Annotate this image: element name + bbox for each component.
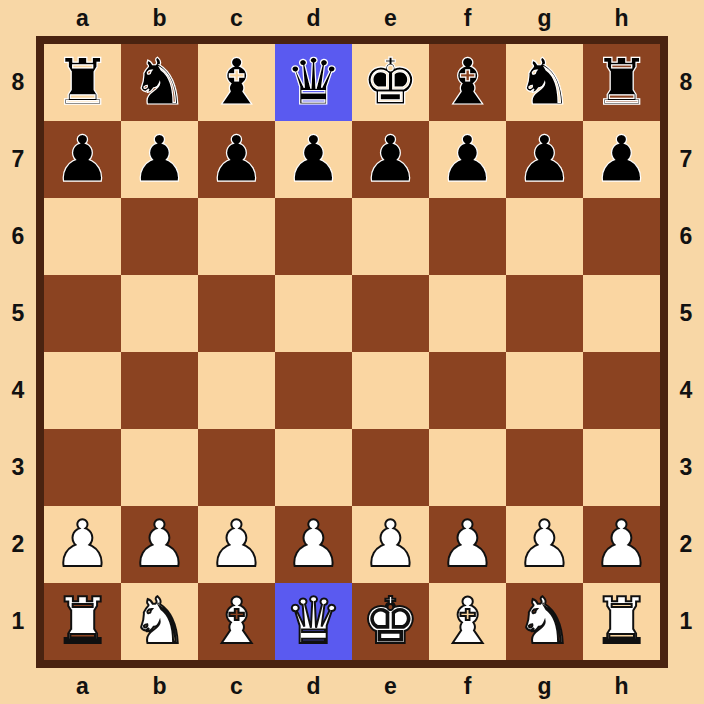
piece-black-queen[interactable]: ♛︎ [275, 44, 352, 121]
rank-label-4: 4 [668, 352, 704, 429]
piece-black-pawn[interactable]: ♟︎ [506, 121, 583, 198]
rank-labels-right: 87654321 [668, 44, 704, 660]
square-b2[interactable]: ♟︎ [121, 506, 198, 583]
file-label-c: c [198, 668, 275, 704]
piece-white-pawn[interactable]: ♟︎ [275, 506, 352, 583]
piece-black-pawn[interactable]: ♟︎ [583, 121, 660, 198]
square-b1[interactable]: ♞︎ [121, 583, 198, 660]
piece-black-king[interactable]: ♚︎ [352, 44, 429, 121]
square-d6[interactable] [275, 198, 352, 275]
square-f7[interactable]: ♟︎ [429, 121, 506, 198]
square-b8[interactable]: ♞︎ [121, 44, 198, 121]
square-c5[interactable] [198, 275, 275, 352]
square-g3[interactable] [506, 429, 583, 506]
file-label-g: g [506, 0, 583, 36]
piece-white-pawn[interactable]: ♟︎ [44, 506, 121, 583]
square-a4[interactable] [44, 352, 121, 429]
rank-label-2: 2 [0, 506, 36, 583]
square-h7[interactable]: ♟︎ [583, 121, 660, 198]
rank-label-8: 8 [0, 44, 36, 121]
square-b3[interactable] [121, 429, 198, 506]
piece-white-rook[interactable]: ♜︎ [44, 583, 121, 660]
square-g1[interactable]: ♞︎ [506, 583, 583, 660]
square-g5[interactable] [506, 275, 583, 352]
square-f3[interactable] [429, 429, 506, 506]
file-label-b: b [121, 668, 198, 704]
piece-white-knight[interactable]: ♞︎ [121, 583, 198, 660]
square-a5[interactable] [44, 275, 121, 352]
piece-white-bishop[interactable]: ♝︎ [429, 583, 506, 660]
square-a7[interactable]: ♟︎ [44, 121, 121, 198]
square-e7[interactable]: ♟︎ [352, 121, 429, 198]
square-d3[interactable] [275, 429, 352, 506]
rank-label-3: 3 [668, 429, 704, 506]
piece-black-pawn[interactable]: ♟︎ [352, 121, 429, 198]
square-c3[interactable] [198, 429, 275, 506]
file-label-e: e [352, 0, 429, 36]
square-e5[interactable] [352, 275, 429, 352]
square-c8[interactable]: ♝︎ [198, 44, 275, 121]
piece-black-pawn[interactable]: ♟︎ [429, 121, 506, 198]
rank-label-6: 6 [0, 198, 36, 275]
square-e6[interactable] [352, 198, 429, 275]
file-label-e: e [352, 668, 429, 704]
piece-white-knight[interactable]: ♞︎ [506, 583, 583, 660]
square-f5[interactable] [429, 275, 506, 352]
chess-board: ♜︎♞︎♝︎♛︎♚︎♝︎♞︎♜︎♟︎♟︎♟︎♟︎♟︎♟︎♟︎♟︎♟︎♟︎♟︎♟︎… [36, 36, 668, 668]
square-b7[interactable]: ♟︎ [121, 121, 198, 198]
square-b5[interactable] [121, 275, 198, 352]
piece-white-bishop[interactable]: ♝︎ [198, 583, 275, 660]
piece-black-pawn[interactable]: ♟︎ [44, 121, 121, 198]
rank-label-3: 3 [0, 429, 36, 506]
piece-black-pawn[interactable]: ♟︎ [198, 121, 275, 198]
square-d2[interactable]: ♟︎ [275, 506, 352, 583]
piece-white-king[interactable]: ♚︎ [352, 583, 429, 660]
square-g4[interactable] [506, 352, 583, 429]
square-a8[interactable]: ♜︎ [44, 44, 121, 121]
file-label-g: g [506, 668, 583, 704]
square-f2[interactable]: ♟︎ [429, 506, 506, 583]
square-e4[interactable] [352, 352, 429, 429]
square-f6[interactable] [429, 198, 506, 275]
file-label-b: b [121, 0, 198, 36]
piece-black-pawn[interactable]: ♟︎ [275, 121, 352, 198]
square-e2[interactable]: ♟︎ [352, 506, 429, 583]
file-label-a: a [44, 668, 121, 704]
piece-black-knight[interactable]: ♞︎ [506, 44, 583, 121]
piece-white-rook[interactable]: ♜︎ [583, 583, 660, 660]
square-f1[interactable]: ♝︎ [429, 583, 506, 660]
piece-white-pawn[interactable]: ♟︎ [583, 506, 660, 583]
piece-white-queen[interactable]: ♛︎ [275, 583, 352, 660]
square-h5[interactable] [583, 275, 660, 352]
file-label-f: f [429, 0, 506, 36]
piece-black-bishop[interactable]: ♝︎ [198, 44, 275, 121]
chess-app: abcdefgh 87654321 ♜︎♞︎♝︎♛︎♚︎♝︎♞︎♜︎♟︎♟︎♟︎… [0, 0, 704, 704]
square-e1[interactable]: ♚︎ [352, 583, 429, 660]
square-d4[interactable] [275, 352, 352, 429]
square-g7[interactable]: ♟︎ [506, 121, 583, 198]
piece-black-bishop[interactable]: ♝︎ [429, 44, 506, 121]
square-c7[interactable]: ♟︎ [198, 121, 275, 198]
square-e8[interactable]: ♚︎ [352, 44, 429, 121]
square-f4[interactable] [429, 352, 506, 429]
rank-label-1: 1 [668, 583, 704, 660]
square-g6[interactable] [506, 198, 583, 275]
rank-label-1: 1 [0, 583, 36, 660]
rank-labels-left: 87654321 [0, 44, 36, 660]
file-label-c: c [198, 0, 275, 36]
piece-white-pawn[interactable]: ♟︎ [198, 506, 275, 583]
rank-label-5: 5 [668, 275, 704, 352]
piece-white-pawn[interactable]: ♟︎ [352, 506, 429, 583]
file-label-h: h [583, 668, 660, 704]
square-h3[interactable] [583, 429, 660, 506]
piece-black-knight[interactable]: ♞︎ [121, 44, 198, 121]
file-label-a: a [44, 0, 121, 36]
square-f8[interactable]: ♝︎ [429, 44, 506, 121]
square-c2[interactable]: ♟︎ [198, 506, 275, 583]
piece-white-pawn[interactable]: ♟︎ [506, 506, 583, 583]
file-label-h: h [583, 0, 660, 36]
square-a1[interactable]: ♜︎ [44, 583, 121, 660]
piece-white-pawn[interactable]: ♟︎ [121, 506, 198, 583]
rank-label-4: 4 [0, 352, 36, 429]
square-h2[interactable]: ♟︎ [583, 506, 660, 583]
square-a6[interactable] [44, 198, 121, 275]
square-d7[interactable]: ♟︎ [275, 121, 352, 198]
square-h4[interactable] [583, 352, 660, 429]
rank-label-6: 6 [668, 198, 704, 275]
square-a3[interactable] [44, 429, 121, 506]
piece-black-rook[interactable]: ♜︎ [583, 44, 660, 121]
file-label-f: f [429, 668, 506, 704]
square-h1[interactable]: ♜︎ [583, 583, 660, 660]
square-c6[interactable] [198, 198, 275, 275]
piece-white-pawn[interactable]: ♟︎ [429, 506, 506, 583]
rank-label-7: 7 [668, 121, 704, 198]
square-h6[interactable] [583, 198, 660, 275]
rank-label-2: 2 [668, 506, 704, 583]
square-b4[interactable] [121, 352, 198, 429]
square-b6[interactable] [121, 198, 198, 275]
piece-black-rook[interactable]: ♜︎ [44, 44, 121, 121]
piece-black-pawn[interactable]: ♟︎ [121, 121, 198, 198]
square-d1[interactable]: ♛︎ [275, 583, 352, 660]
square-e3[interactable] [352, 429, 429, 506]
square-d8[interactable]: ♛︎ [275, 44, 352, 121]
square-g8[interactable]: ♞︎ [506, 44, 583, 121]
file-labels-bottom: abcdefgh [44, 668, 660, 704]
rank-label-8: 8 [668, 44, 704, 121]
square-c4[interactable] [198, 352, 275, 429]
square-h8[interactable]: ♜︎ [583, 44, 660, 121]
square-d5[interactable] [275, 275, 352, 352]
square-g2[interactable]: ♟︎ [506, 506, 583, 583]
file-label-d: d [275, 668, 352, 704]
file-labels-top: abcdefgh [44, 0, 660, 36]
file-label-d: d [275, 0, 352, 36]
rank-label-5: 5 [0, 275, 36, 352]
square-c1[interactable]: ♝︎ [198, 583, 275, 660]
rank-label-7: 7 [0, 121, 36, 198]
square-a2[interactable]: ♟︎ [44, 506, 121, 583]
